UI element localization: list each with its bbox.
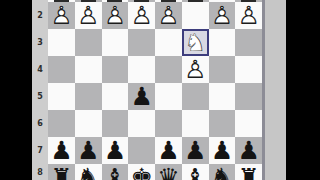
square-h4[interactable] [48, 56, 75, 83]
black-pawn-glyph: ♟ [102, 137, 129, 164]
video-frame: 2345678 ♟♙♟♙♟♙♟♙♟♙♟♙♟♙♞♘♟♙♟♟♟♟♟♟♟♟♜♞♝♚♛♝… [0, 0, 320, 180]
square-h7[interactable]: ♟ [48, 137, 75, 164]
square-g3[interactable] [75, 29, 102, 56]
black-bishop-icon: ♝ [182, 164, 209, 180]
black-pawn-icon: ♟ [102, 137, 129, 164]
square-h6[interactable] [48, 110, 75, 137]
black-knight-glyph: ♞ [75, 164, 102, 180]
white-pawn-outline: ♙ [102, 2, 129, 29]
white-pawn-icon: ♟♙ [155, 2, 182, 29]
letterbox-left [0, 0, 32, 180]
rank-label-5: 5 [32, 92, 48, 101]
square-c5[interactable] [182, 83, 209, 110]
square-a4[interactable] [235, 56, 262, 83]
white-pawn-outline: ♙ [155, 2, 182, 29]
square-h2[interactable]: ♟♙ [48, 2, 75, 29]
white-pawn-glyph: ♟ [235, 2, 262, 29]
square-b5[interactable] [209, 83, 236, 110]
black-king-glyph: ♚ [128, 164, 155, 180]
square-e4[interactable] [128, 56, 155, 83]
white-pawn-icon: ♟♙ [235, 2, 262, 29]
black-pawn-icon: ♟ [182, 137, 209, 164]
white-pawn-icon: ♟♙ [75, 2, 102, 29]
square-e7[interactable] [128, 137, 155, 164]
white-pawn-glyph: ♟ [182, 56, 209, 83]
rank-label-8: 8 [32, 168, 48, 177]
square-e3[interactable] [128, 29, 155, 56]
square-g2[interactable]: ♟♙ [75, 2, 102, 29]
rank-label-2: 2 [32, 11, 48, 20]
square-d3[interactable] [155, 29, 182, 56]
square-e2[interactable]: ♟♙ [128, 2, 155, 29]
black-knight-icon: ♞ [75, 164, 102, 180]
white-knight-icon: ♞♘ [182, 29, 209, 56]
black-pawn-glyph: ♟ [209, 137, 236, 164]
black-pawn-icon: ♟ [209, 137, 236, 164]
white-pawn-icon: ♟♙ [182, 56, 209, 83]
white-pawn-glyph: ♟ [102, 2, 129, 29]
square-b3[interactable] [209, 29, 236, 56]
white-pawn-glyph: ♟ [128, 2, 155, 29]
black-rook-glyph: ♜ [235, 164, 262, 180]
square-g6[interactable] [75, 110, 102, 137]
white-pawn-outline: ♙ [235, 2, 262, 29]
square-c3[interactable]: ♞♘ [182, 29, 209, 56]
square-f8[interactable]: ♝ [102, 164, 129, 180]
rank-label-4: 4 [32, 65, 48, 74]
square-g7[interactable]: ♟ [75, 137, 102, 164]
white-knight-glyph: ♞ [182, 29, 209, 56]
square-d5[interactable] [155, 83, 182, 110]
white-pawn-outline: ♙ [75, 2, 102, 29]
square-a7[interactable]: ♟ [235, 137, 262, 164]
square-a5[interactable] [235, 83, 262, 110]
square-h8[interactable]: ♜ [48, 164, 75, 180]
black-rook-icon: ♜ [48, 164, 75, 180]
square-c7[interactable]: ♟ [182, 137, 209, 164]
square-c6[interactable] [182, 110, 209, 137]
white-pawn-glyph: ♟ [75, 2, 102, 29]
square-f4[interactable] [102, 56, 129, 83]
rank-label-strip: 2345678 [32, 0, 48, 180]
square-g8[interactable]: ♞ [75, 164, 102, 180]
black-pawn-glyph: ♟ [182, 137, 209, 164]
square-a8[interactable]: ♜ [235, 164, 262, 180]
square-f7[interactable]: ♟ [102, 137, 129, 164]
black-pawn-glyph: ♟ [128, 83, 155, 110]
square-f3[interactable] [102, 29, 129, 56]
square-a3[interactable] [235, 29, 262, 56]
square-h3[interactable] [48, 29, 75, 56]
black-pawn-glyph: ♟ [235, 137, 262, 164]
black-rook-icon: ♜ [235, 164, 262, 180]
chess-board: ♟♙♟♙♟♙♟♙♟♙♟♙♟♙♞♘♟♙♟♟♟♟♟♟♟♟♜♞♝♚♛♝♞♜ [48, 0, 262, 180]
square-d2[interactable]: ♟♙ [155, 2, 182, 29]
rank-label-6: 6 [32, 119, 48, 128]
black-knight-icon: ♞ [209, 164, 236, 180]
black-bishop-glyph: ♝ [102, 164, 129, 180]
square-c4[interactable]: ♟♙ [182, 56, 209, 83]
black-pawn-icon: ♟ [155, 137, 182, 164]
square-b6[interactable] [209, 110, 236, 137]
black-pawn-glyph: ♟ [75, 137, 102, 164]
black-pawn-icon: ♟ [128, 83, 155, 110]
square-g4[interactable] [75, 56, 102, 83]
white-knight-outline: ♘ [182, 29, 209, 56]
white-pawn-icon: ♟♙ [48, 2, 75, 29]
black-pawn-glyph: ♟ [155, 137, 182, 164]
window-edge-strip [265, 0, 286, 180]
white-pawn-glyph: ♟ [209, 2, 236, 29]
square-h5[interactable] [48, 83, 75, 110]
white-pawn-icon: ♟♙ [209, 2, 236, 29]
black-pawn-icon: ♟ [75, 137, 102, 164]
square-d7[interactable]: ♟ [155, 137, 182, 164]
rank-label-7: 7 [32, 146, 48, 155]
rank-label-3: 3 [32, 38, 48, 47]
square-g5[interactable] [75, 83, 102, 110]
square-d6[interactable] [155, 110, 182, 137]
black-knight-glyph: ♞ [209, 164, 236, 180]
square-b4[interactable] [209, 56, 236, 83]
white-pawn-outline: ♙ [48, 2, 75, 29]
square-e6[interactable] [128, 110, 155, 137]
white-pawn-glyph: ♟ [48, 2, 75, 29]
white-pawn-outline: ♙ [182, 56, 209, 83]
square-a6[interactable] [235, 110, 262, 137]
white-pawn-outline: ♙ [209, 2, 236, 29]
square-d4[interactable] [155, 56, 182, 83]
black-king-icon: ♚ [128, 164, 155, 180]
black-queen-glyph: ♛ [155, 164, 182, 180]
black-pawn-icon: ♟ [235, 137, 262, 164]
square-f6[interactable] [102, 110, 129, 137]
square-c2[interactable] [182, 2, 209, 29]
white-pawn-icon: ♟♙ [128, 2, 155, 29]
square-b2[interactable]: ♟♙ [209, 2, 236, 29]
white-pawn-outline: ♙ [128, 2, 155, 29]
square-d8[interactable]: ♛ [155, 164, 182, 180]
black-pawn-icon: ♟ [48, 137, 75, 164]
black-bishop-glyph: ♝ [182, 164, 209, 180]
letterbox-right [286, 0, 320, 180]
square-c8[interactable]: ♝ [182, 164, 209, 180]
black-bishop-icon: ♝ [102, 164, 129, 180]
white-pawn-icon: ♟♙ [102, 2, 129, 29]
square-e8[interactable]: ♚ [128, 164, 155, 180]
square-f2[interactable]: ♟♙ [102, 2, 129, 29]
square-a2[interactable]: ♟♙ [235, 2, 262, 29]
white-pawn-glyph: ♟ [155, 2, 182, 29]
square-b7[interactable]: ♟ [209, 137, 236, 164]
square-b8[interactable]: ♞ [209, 164, 236, 180]
square-f5[interactable] [102, 83, 129, 110]
black-queen-icon: ♛ [155, 164, 182, 180]
black-rook-glyph: ♜ [48, 164, 75, 180]
black-pawn-glyph: ♟ [48, 137, 75, 164]
square-e5[interactable]: ♟ [128, 83, 155, 110]
